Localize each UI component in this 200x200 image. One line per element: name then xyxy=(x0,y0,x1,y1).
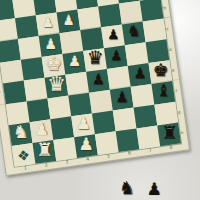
square-g6 xyxy=(113,108,137,132)
piece-black-pawn-c6: ♟ xyxy=(107,28,119,42)
piece-white-knight-g1: ♞ xyxy=(12,123,28,141)
captured-black-pawn: ♟ xyxy=(146,181,161,198)
square-d7 xyxy=(125,42,149,66)
piece-white-pawn-b4: ♟ xyxy=(62,13,74,26)
piece-black-pawn-e5: ♟ xyxy=(91,72,104,87)
file-label: g xyxy=(177,109,180,114)
square-e6 xyxy=(107,66,131,90)
piece-white-king-d3: ♚ xyxy=(45,54,62,73)
chess-board: ❖ ◉ US CHESS 12345678 abcdefgh ♟♟♟♚♟♛♞♟♟… xyxy=(0,0,190,176)
piece-white-pawn-b3: ♟ xyxy=(41,16,53,29)
rank-label: 2 xyxy=(44,162,48,167)
piece-white-queen-e3: ♛ xyxy=(47,74,65,95)
table-surface: ❖ ◉ US CHESS 12345678 abcdefgh ♟♟♟♚♟♛♞♟♟… xyxy=(0,0,200,200)
rank-label: 7 xyxy=(148,148,152,153)
square-g3 xyxy=(50,116,74,140)
rank-label: 4 xyxy=(86,156,90,161)
piece-black-queen-d5: ♛ xyxy=(86,49,103,68)
square-b7 xyxy=(119,1,143,25)
piece-white-pawn-h4: ♟ xyxy=(78,136,93,153)
piece-black-knight-c7: ♞ xyxy=(126,24,140,40)
square-g7 xyxy=(134,105,158,129)
square-d1 xyxy=(0,60,24,84)
file-label: b xyxy=(163,5,166,10)
piece-black-pawn-f6: ♟ xyxy=(115,89,128,104)
piece-black-pawn-d6: ♟ xyxy=(109,49,121,63)
rank-label: 8 xyxy=(169,145,173,150)
piece-white-pawn-d4: ♟ xyxy=(68,54,81,68)
rank-label: 1 xyxy=(24,165,28,170)
square-b5 xyxy=(77,7,101,31)
square-f5 xyxy=(89,90,113,114)
board-corner-logo: ❖ xyxy=(16,147,30,163)
piece-black-king-e8: ♚ xyxy=(152,61,168,79)
rank-label: 3 xyxy=(65,159,69,164)
square-g5 xyxy=(92,111,116,135)
piece-white-rook-h2: ♜ xyxy=(36,141,52,159)
square-f7 xyxy=(131,84,155,108)
file-label: e xyxy=(172,68,175,73)
piece-black-bishop-f8: ♝ xyxy=(156,83,170,99)
rank-label: 5 xyxy=(107,153,111,158)
captured-black-knight: ♞ xyxy=(119,179,135,197)
square-e1 xyxy=(3,81,27,105)
file-label: h xyxy=(180,130,183,135)
piece-black-rook-h8: ♜ xyxy=(161,123,177,141)
file-label: c xyxy=(166,26,169,31)
file-label: f xyxy=(175,88,177,93)
rank-label: 6 xyxy=(128,150,132,155)
square-e4 xyxy=(65,72,89,96)
square-c4 xyxy=(59,30,83,54)
square-f3 xyxy=(47,96,71,120)
file-label: d xyxy=(169,47,172,52)
piece-white-pawn-g2: ♟ xyxy=(34,121,49,137)
piece-white-pawn-g4: ♟ xyxy=(75,115,90,132)
square-e2 xyxy=(24,78,48,102)
piece-white-pawn-c3: ♟ xyxy=(44,36,57,50)
square-d2 xyxy=(21,57,45,81)
square-b6 xyxy=(98,4,122,28)
piece-black-pawn-e7: ♟ xyxy=(133,66,146,81)
